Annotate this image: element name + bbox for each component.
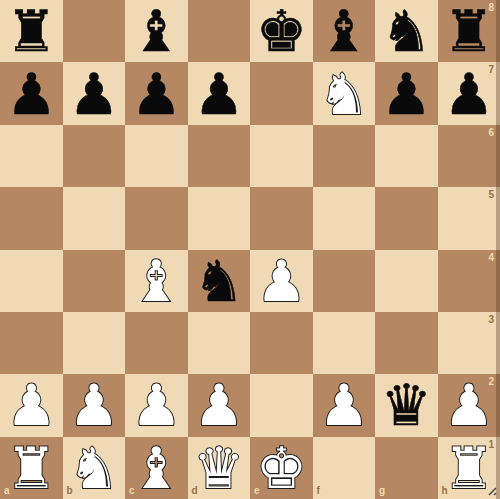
piece-black-B-f8[interactable]: ♝ xyxy=(318,0,369,62)
rank-label-1: 1 xyxy=(488,440,494,450)
piece-black-R-a8[interactable]: ♜ xyxy=(6,0,57,62)
rank-label-2: 2 xyxy=(488,377,494,387)
piece-black-Q-g2[interactable]: ♛ xyxy=(381,374,432,436)
square-a6[interactable] xyxy=(0,125,63,187)
square-f3[interactable] xyxy=(313,312,376,374)
square-c3[interactable] xyxy=(125,312,188,374)
square-c8[interactable]: ♝ xyxy=(125,0,188,62)
piece-black-P-d7[interactable]: ♟ xyxy=(193,63,244,125)
square-d1[interactable]: ♛d xyxy=(188,437,251,499)
square-d5[interactable] xyxy=(188,187,251,249)
square-h8[interactable]: ♜8 xyxy=(438,0,500,62)
square-d8[interactable] xyxy=(188,0,251,62)
square-h4[interactable]: 4 xyxy=(438,250,500,312)
square-g1[interactable]: g xyxy=(375,437,438,499)
square-e6[interactable] xyxy=(250,125,313,187)
square-a8[interactable]: ♜ xyxy=(0,0,63,62)
square-b7[interactable]: ♟ xyxy=(63,62,126,124)
piece-black-P-b7[interactable]: ♟ xyxy=(68,63,119,125)
square-e1[interactable]: ♚e xyxy=(250,437,313,499)
piece-black-P-g7[interactable]: ♟ xyxy=(381,63,432,125)
square-a3[interactable] xyxy=(0,312,63,374)
piece-white-K-e1[interactable]: ♚ xyxy=(256,437,307,499)
square-c7[interactable]: ♟ xyxy=(125,62,188,124)
piece-black-R-h8[interactable]: ♜ xyxy=(443,0,494,62)
file-label-e: e xyxy=(254,486,260,496)
square-b5[interactable] xyxy=(63,187,126,249)
rank-label-7: 7 xyxy=(488,65,494,75)
square-g6[interactable] xyxy=(375,125,438,187)
square-a4[interactable] xyxy=(0,250,63,312)
square-d3[interactable] xyxy=(188,312,251,374)
square-h3[interactable]: 3 xyxy=(438,312,500,374)
square-d2[interactable]: ♟ xyxy=(188,374,251,436)
square-a5[interactable] xyxy=(0,187,63,249)
square-h7[interactable]: ♟7 xyxy=(438,62,500,124)
square-g5[interactable] xyxy=(375,187,438,249)
rank-label-5: 5 xyxy=(488,190,494,200)
file-label-a: a xyxy=(4,486,10,496)
square-a2[interactable]: ♟ xyxy=(0,374,63,436)
square-g8[interactable]: ♞ xyxy=(375,0,438,62)
square-e8[interactable]: ♚ xyxy=(250,0,313,62)
square-b2[interactable]: ♟ xyxy=(63,374,126,436)
square-g7[interactable]: ♟ xyxy=(375,62,438,124)
square-d7[interactable]: ♟ xyxy=(188,62,251,124)
square-c4[interactable]: ♝ xyxy=(125,250,188,312)
square-b6[interactable] xyxy=(63,125,126,187)
piece-white-B-c4[interactable]: ♝ xyxy=(131,250,182,312)
square-f8[interactable]: ♝ xyxy=(313,0,376,62)
rank-label-4: 4 xyxy=(488,253,494,263)
piece-white-B-c1[interactable]: ♝ xyxy=(131,437,182,499)
file-label-g: g xyxy=(379,486,385,496)
rank-label-6: 6 xyxy=(488,128,494,138)
square-e7[interactable] xyxy=(250,62,313,124)
square-e5[interactable] xyxy=(250,187,313,249)
square-g2[interactable]: ♛ xyxy=(375,374,438,436)
piece-white-P-h2[interactable]: ♟ xyxy=(443,374,494,436)
square-c5[interactable] xyxy=(125,187,188,249)
square-f7[interactable]: ♞ xyxy=(313,62,376,124)
square-b3[interactable] xyxy=(63,312,126,374)
square-f4[interactable] xyxy=(313,250,376,312)
resize-handle-icon[interactable] xyxy=(486,485,497,496)
piece-white-N-b1[interactable]: ♞ xyxy=(68,437,119,499)
square-h6[interactable]: 6 xyxy=(438,125,500,187)
square-e2[interactable] xyxy=(250,374,313,436)
square-f6[interactable] xyxy=(313,125,376,187)
square-f2[interactable]: ♟ xyxy=(313,374,376,436)
square-d4[interactable]: ♞ xyxy=(188,250,251,312)
square-d6[interactable] xyxy=(188,125,251,187)
square-f1[interactable]: f xyxy=(313,437,376,499)
square-b1[interactable]: ♞b xyxy=(63,437,126,499)
piece-black-N-g8[interactable]: ♞ xyxy=(381,0,432,62)
file-label-d: d xyxy=(192,486,198,496)
piece-black-P-c7[interactable]: ♟ xyxy=(131,63,182,125)
square-b4[interactable] xyxy=(63,250,126,312)
square-h2[interactable]: ♟2 xyxy=(438,374,500,436)
square-c2[interactable]: ♟ xyxy=(125,374,188,436)
rank-label-8: 8 xyxy=(488,3,494,13)
board-container: ♜♝♚♝♞♜8♟♟♟♟♞♟♟765♝♞♟43♟♟♟♟♟♛♟2♜a♞b♝c♛d♚e… xyxy=(0,0,500,499)
square-f5[interactable] xyxy=(313,187,376,249)
piece-black-K-e8[interactable]: ♚ xyxy=(256,0,307,62)
piece-white-P-f2[interactable]: ♟ xyxy=(318,374,369,436)
piece-white-P-d2[interactable]: ♟ xyxy=(193,374,244,436)
square-e3[interactable] xyxy=(250,312,313,374)
chess-board[interactable]: ♜♝♚♝♞♜8♟♟♟♟♞♟♟765♝♞♟43♟♟♟♟♟♛♟2♜a♞b♝c♛d♚e… xyxy=(0,0,500,499)
square-b8[interactable] xyxy=(63,0,126,62)
square-c1[interactable]: ♝c xyxy=(125,437,188,499)
file-label-f: f xyxy=(317,486,320,496)
square-h5[interactable]: 5 xyxy=(438,187,500,249)
piece-black-N-d4[interactable]: ♞ xyxy=(193,250,244,312)
piece-black-P-a7[interactable]: ♟ xyxy=(6,63,57,125)
piece-white-N-f7[interactable]: ♞ xyxy=(318,63,369,125)
piece-black-P-h7[interactable]: ♟ xyxy=(443,63,494,125)
file-label-b: b xyxy=(67,486,73,496)
piece-white-Q-d1[interactable]: ♛ xyxy=(193,437,244,499)
square-a7[interactable]: ♟ xyxy=(0,62,63,124)
file-label-c: c xyxy=(129,486,135,496)
piece-white-R-a1[interactable]: ♜ xyxy=(6,437,57,499)
file-label-h: h xyxy=(442,486,448,496)
piece-white-P-e4[interactable]: ♟ xyxy=(256,250,307,312)
piece-black-B-c8[interactable]: ♝ xyxy=(131,0,182,62)
piece-white-P-c2[interactable]: ♟ xyxy=(131,374,182,436)
piece-white-P-b2[interactable]: ♟ xyxy=(68,374,119,436)
square-c6[interactable] xyxy=(125,125,188,187)
square-e4[interactable]: ♟ xyxy=(250,250,313,312)
square-a1[interactable]: ♜a xyxy=(0,437,63,499)
square-g3[interactable] xyxy=(375,312,438,374)
square-g4[interactable] xyxy=(375,250,438,312)
piece-white-P-a2[interactable]: ♟ xyxy=(6,374,57,436)
rank-label-3: 3 xyxy=(488,315,494,325)
